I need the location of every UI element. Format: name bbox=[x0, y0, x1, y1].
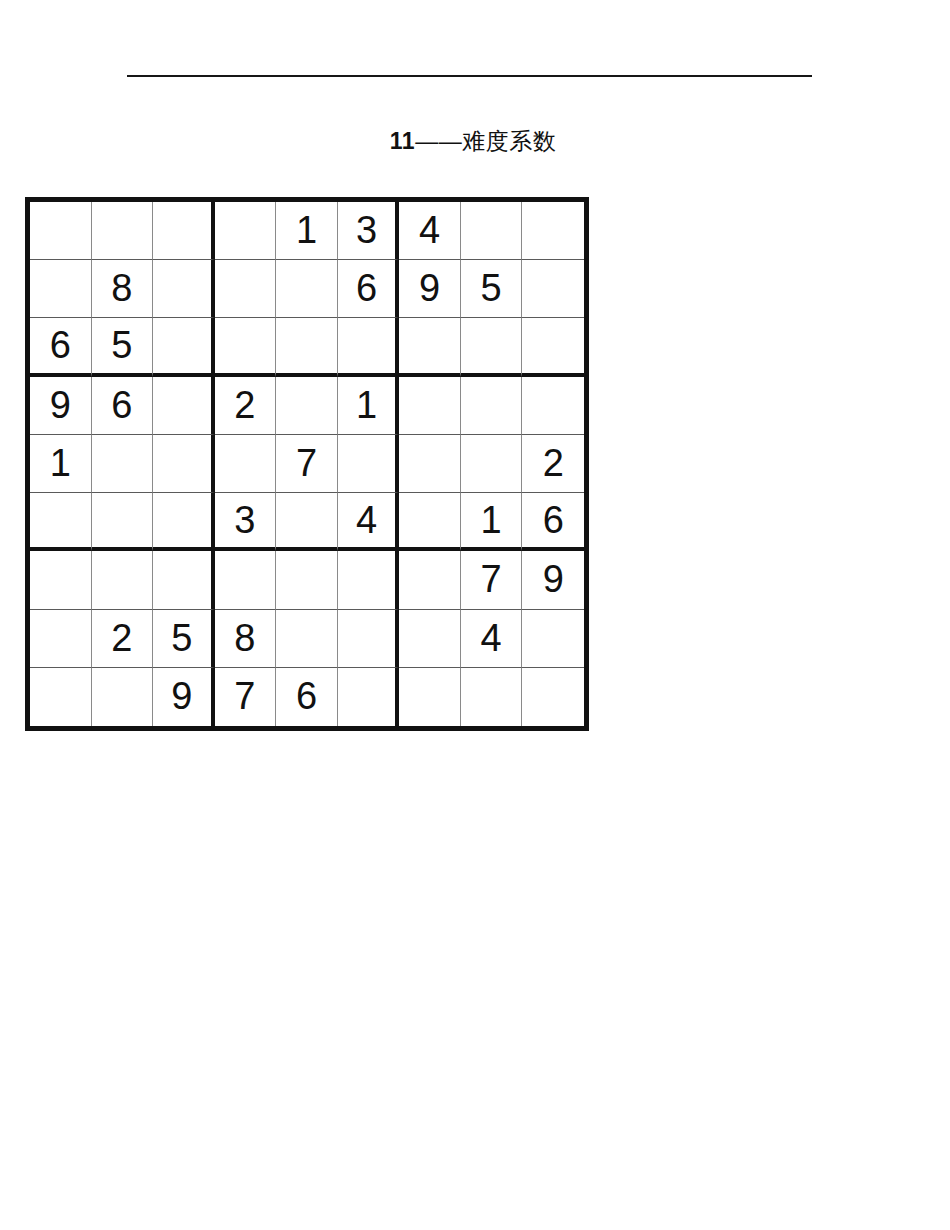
sudoku-cell-r6c8: 1 bbox=[461, 493, 523, 551]
sudoku-cell-r8c4: 8 bbox=[215, 610, 277, 668]
sudoku-cell-r4c7 bbox=[399, 377, 461, 435]
sudoku-cell-r7c8: 7 bbox=[461, 551, 523, 609]
sudoku-cell-r4c1: 9 bbox=[30, 377, 92, 435]
sudoku-cell-r7c3 bbox=[153, 551, 215, 609]
sudoku-cell-r3c5 bbox=[276, 318, 338, 376]
sudoku-cell-r4c5 bbox=[276, 377, 338, 435]
sudoku-cell-r5c1: 1 bbox=[30, 435, 92, 493]
puzzle-number: 11 bbox=[390, 128, 415, 154]
sudoku-cell-r8c3: 5 bbox=[153, 610, 215, 668]
sudoku-cell-r4c3 bbox=[153, 377, 215, 435]
puzzle-title: 11——难度系数 bbox=[390, 126, 556, 156]
sudoku-cell-r6c3 bbox=[153, 493, 215, 551]
sudoku-cell-r3c1: 6 bbox=[30, 318, 92, 376]
sudoku-cell-r7c2 bbox=[92, 551, 154, 609]
sudoku-cell-r2c9 bbox=[522, 260, 584, 318]
sudoku-cell-r2c1 bbox=[30, 260, 92, 318]
sudoku-cell-r4c8 bbox=[461, 377, 523, 435]
sudoku-cell-r9c7 bbox=[399, 668, 461, 726]
sudoku-cell-r3c7 bbox=[399, 318, 461, 376]
sudoku-cell-r8c9 bbox=[522, 610, 584, 668]
sudoku-cell-r6c9: 6 bbox=[522, 493, 584, 551]
sudoku-cell-r4c6: 1 bbox=[338, 377, 400, 435]
sudoku-cell-r1c5: 1 bbox=[276, 202, 338, 260]
sudoku-cell-r2c7: 9 bbox=[399, 260, 461, 318]
sudoku-cell-r1c7: 4 bbox=[399, 202, 461, 260]
sudoku-cell-r2c3 bbox=[153, 260, 215, 318]
sudoku-cell-r6c7 bbox=[399, 493, 461, 551]
sudoku-board: 13486956596211723416792584976 bbox=[25, 197, 589, 731]
sudoku-cell-r9c9 bbox=[522, 668, 584, 726]
sudoku-cell-r1c9 bbox=[522, 202, 584, 260]
sudoku-cell-r9c1 bbox=[30, 668, 92, 726]
sudoku-cell-r7c9: 9 bbox=[522, 551, 584, 609]
sudoku-cell-r5c8 bbox=[461, 435, 523, 493]
sudoku-cell-r5c6 bbox=[338, 435, 400, 493]
sudoku-cell-r2c6: 6 bbox=[338, 260, 400, 318]
sudoku-cell-r5c4 bbox=[215, 435, 277, 493]
sudoku-cell-r3c6 bbox=[338, 318, 400, 376]
sudoku-cell-r9c5: 6 bbox=[276, 668, 338, 726]
sudoku-cell-r8c6 bbox=[338, 610, 400, 668]
sudoku-cell-r2c5 bbox=[276, 260, 338, 318]
sudoku-cell-r4c9 bbox=[522, 377, 584, 435]
sudoku-cell-r5c2 bbox=[92, 435, 154, 493]
sudoku-cell-r3c4 bbox=[215, 318, 277, 376]
horizontal-rule bbox=[127, 75, 812, 77]
puzzle-title-label: ——难度系数 bbox=[415, 128, 556, 154]
sudoku-cell-r4c2: 6 bbox=[92, 377, 154, 435]
sudoku-cell-r3c2: 5 bbox=[92, 318, 154, 376]
sudoku-cell-r1c2 bbox=[92, 202, 154, 260]
sudoku-cell-r6c2 bbox=[92, 493, 154, 551]
sudoku-cell-r8c7 bbox=[399, 610, 461, 668]
sudoku-cell-r7c6 bbox=[338, 551, 400, 609]
sudoku-cell-r5c7 bbox=[399, 435, 461, 493]
sudoku-cell-r1c1 bbox=[30, 202, 92, 260]
sudoku-cell-r3c3 bbox=[153, 318, 215, 376]
sudoku-cell-r9c6 bbox=[338, 668, 400, 726]
sudoku-cell-r2c4 bbox=[215, 260, 277, 318]
sudoku-cell-r8c8: 4 bbox=[461, 610, 523, 668]
sudoku-cell-r3c8 bbox=[461, 318, 523, 376]
sudoku-cell-r1c4 bbox=[215, 202, 277, 260]
sudoku-cell-r3c9 bbox=[522, 318, 584, 376]
sudoku-cell-r8c1 bbox=[30, 610, 92, 668]
sudoku-cell-r1c8 bbox=[461, 202, 523, 260]
sudoku-cell-r9c2 bbox=[92, 668, 154, 726]
sudoku-cell-r6c5 bbox=[276, 493, 338, 551]
sudoku-cell-r5c9: 2 bbox=[522, 435, 584, 493]
sudoku-cell-r6c1 bbox=[30, 493, 92, 551]
sudoku-cell-r6c6: 4 bbox=[338, 493, 400, 551]
sudoku-cell-r9c4: 7 bbox=[215, 668, 277, 726]
sudoku-cell-r5c3 bbox=[153, 435, 215, 493]
document-page: 11——难度系数 13486956596211723416792584976 bbox=[0, 0, 950, 1230]
sudoku-cell-r8c2: 2 bbox=[92, 610, 154, 668]
sudoku-cell-r9c3: 9 bbox=[153, 668, 215, 726]
sudoku-cell-r1c3 bbox=[153, 202, 215, 260]
sudoku-cell-r1c6: 3 bbox=[338, 202, 400, 260]
sudoku-cell-r5c5: 7 bbox=[276, 435, 338, 493]
sudoku-cell-r7c5 bbox=[276, 551, 338, 609]
sudoku-cell-r2c2: 8 bbox=[92, 260, 154, 318]
sudoku-cell-r9c8 bbox=[461, 668, 523, 726]
sudoku-cell-r8c5 bbox=[276, 610, 338, 668]
sudoku-cell-r7c1 bbox=[30, 551, 92, 609]
sudoku-cell-r6c4: 3 bbox=[215, 493, 277, 551]
sudoku-cell-r7c4 bbox=[215, 551, 277, 609]
sudoku-cell-r4c4: 2 bbox=[215, 377, 277, 435]
sudoku-cell-r7c7 bbox=[399, 551, 461, 609]
sudoku-cell-r2c8: 5 bbox=[461, 260, 523, 318]
